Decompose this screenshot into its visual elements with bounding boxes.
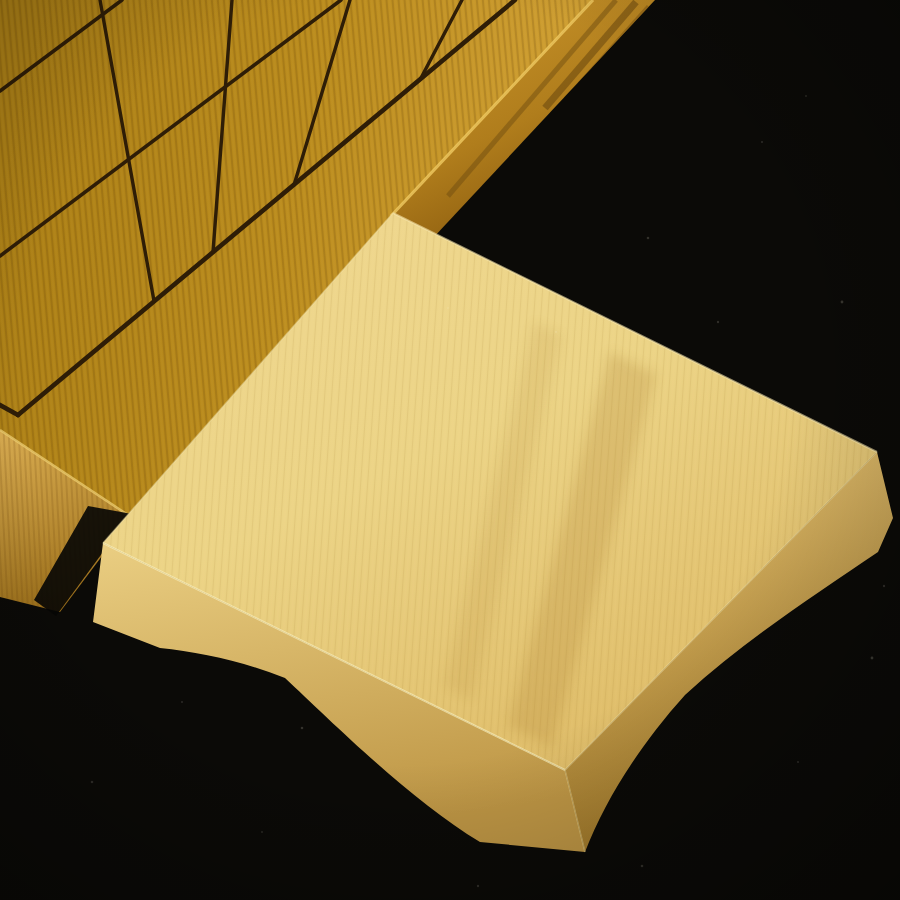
shogi-board-photo bbox=[0, 0, 900, 900]
scene-photo bbox=[0, 0, 900, 900]
vignette-overlay bbox=[0, 0, 900, 900]
